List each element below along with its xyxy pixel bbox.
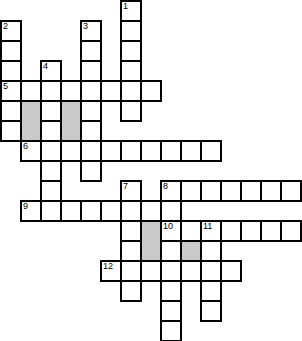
cell-c8r14[interactable] bbox=[160, 280, 182, 302]
cell-c2r3[interactable]: 4 bbox=[40, 60, 62, 82]
cell-c4r3[interactable] bbox=[80, 60, 102, 82]
cell-c5r13[interactable]: 12 bbox=[100, 260, 122, 282]
cell-c6r4[interactable] bbox=[120, 80, 142, 102]
cell-c0r3[interactable] bbox=[0, 60, 22, 82]
clue-number-9: 9 bbox=[23, 202, 28, 211]
cell-c3r4[interactable] bbox=[60, 80, 82, 102]
cell-c13r9[interactable] bbox=[260, 180, 282, 202]
cell-c6r10[interactable] bbox=[120, 200, 142, 222]
cell-c4r5[interactable] bbox=[80, 100, 102, 122]
cell-c7r4[interactable] bbox=[140, 80, 162, 102]
cell-c10r13[interactable] bbox=[200, 260, 222, 282]
cell-c8r15[interactable] bbox=[160, 300, 182, 322]
cell-c8r11[interactable]: 10 bbox=[160, 220, 182, 242]
cell-c8r16[interactable] bbox=[160, 320, 182, 341]
cell-c1r7[interactable]: 6 bbox=[20, 140, 42, 162]
cell-c6r5[interactable] bbox=[120, 100, 142, 122]
cell-c6r9[interactable]: 7 bbox=[120, 180, 142, 202]
cell-c6r3[interactable] bbox=[120, 60, 142, 82]
cell-c7r13[interactable] bbox=[140, 260, 162, 282]
cell-c6r14[interactable] bbox=[120, 280, 142, 302]
cell-c4r10[interactable] bbox=[80, 200, 102, 222]
clue-number-4: 4 bbox=[43, 62, 48, 71]
cell-c9r9[interactable] bbox=[180, 180, 202, 202]
cell-c6r1[interactable] bbox=[120, 20, 142, 42]
cell-c1r10[interactable]: 9 bbox=[20, 200, 42, 222]
cell-c2r6[interactable] bbox=[40, 120, 62, 142]
cell-c9r13[interactable] bbox=[180, 260, 202, 282]
cell-c2r9[interactable] bbox=[40, 180, 62, 202]
cell-c0r4[interactable]: 5 bbox=[0, 80, 22, 102]
cell-c4r2[interactable] bbox=[80, 40, 102, 62]
cell-c7r10[interactable] bbox=[140, 200, 162, 222]
cell-c12r11[interactable] bbox=[240, 220, 262, 242]
shaded-cell-c9r12 bbox=[180, 240, 202, 262]
cell-c8r12[interactable] bbox=[160, 240, 182, 262]
cell-c8r9[interactable]: 8 bbox=[160, 180, 182, 202]
clue-number-3: 3 bbox=[83, 22, 88, 31]
clue-number-1: 1 bbox=[123, 2, 128, 11]
shaded-cell-c1r5 bbox=[20, 100, 42, 142]
cell-c12r9[interactable] bbox=[240, 180, 262, 202]
cell-c2r5[interactable] bbox=[40, 100, 62, 122]
cell-c4r7[interactable] bbox=[80, 140, 102, 162]
cell-c8r13[interactable] bbox=[160, 260, 182, 282]
cell-c6r7[interactable] bbox=[120, 140, 142, 162]
clue-number-10: 10 bbox=[163, 222, 173, 231]
cell-c14r9[interactable] bbox=[280, 180, 302, 202]
cell-c1r4[interactable] bbox=[20, 80, 42, 102]
cell-c5r7[interactable] bbox=[100, 140, 122, 162]
cell-c0r1[interactable]: 2 bbox=[0, 20, 22, 42]
cell-c4r1[interactable]: 3 bbox=[80, 20, 102, 42]
cell-c10r12[interactable] bbox=[200, 240, 222, 262]
clue-number-11: 11 bbox=[203, 222, 212, 231]
cell-c8r10[interactable] bbox=[160, 200, 182, 222]
cell-c3r10[interactable] bbox=[60, 200, 82, 222]
shaded-cell-c3r5 bbox=[60, 100, 82, 142]
cell-c8r7[interactable] bbox=[160, 140, 182, 162]
cell-c13r11[interactable] bbox=[260, 220, 282, 242]
cell-c11r11[interactable] bbox=[220, 220, 242, 242]
clue-number-6: 6 bbox=[23, 142, 28, 151]
cell-c6r0[interactable]: 1 bbox=[120, 0, 142, 22]
clue-number-2: 2 bbox=[3, 22, 8, 31]
shaded-cell-c7r11 bbox=[140, 220, 162, 262]
clue-number-8: 8 bbox=[163, 182, 168, 191]
clue-number-7: 7 bbox=[123, 182, 128, 191]
cell-c6r13[interactable] bbox=[120, 260, 142, 282]
cell-c2r8[interactable] bbox=[40, 160, 62, 182]
clue-number-5: 5 bbox=[3, 82, 8, 91]
cell-c9r11[interactable] bbox=[180, 220, 202, 242]
cell-c10r15[interactable] bbox=[200, 300, 222, 322]
cell-c7r7[interactable] bbox=[140, 140, 162, 162]
cell-c14r11[interactable] bbox=[280, 220, 302, 242]
cell-c6r12[interactable] bbox=[120, 240, 142, 262]
cell-c9r7[interactable] bbox=[180, 140, 202, 162]
cell-c10r14[interactable] bbox=[200, 280, 222, 302]
crossword-board: 123456789101112 bbox=[0, 0, 302, 341]
cell-c6r11[interactable] bbox=[120, 220, 142, 242]
cell-c10r9[interactable] bbox=[200, 180, 222, 202]
cell-c11r9[interactable] bbox=[220, 180, 242, 202]
cell-c11r13[interactable] bbox=[220, 260, 242, 282]
clue-number-12: 12 bbox=[103, 262, 113, 271]
cell-c10r7[interactable] bbox=[200, 140, 222, 162]
cell-c2r4[interactable] bbox=[40, 80, 62, 102]
cell-c4r4[interactable] bbox=[80, 80, 102, 102]
cell-c4r8[interactable] bbox=[80, 160, 102, 182]
cell-c0r2[interactable] bbox=[0, 40, 22, 62]
cell-c10r11[interactable]: 11 bbox=[200, 220, 222, 242]
cell-c5r4[interactable] bbox=[100, 80, 122, 102]
cell-c2r10[interactable] bbox=[40, 200, 62, 222]
cell-c2r7[interactable] bbox=[40, 140, 62, 162]
cell-c6r2[interactable] bbox=[120, 40, 142, 62]
cell-c0r6[interactable] bbox=[0, 120, 22, 142]
cell-c3r7[interactable] bbox=[60, 140, 82, 162]
cell-c0r5[interactable] bbox=[0, 100, 22, 122]
cell-c4r6[interactable] bbox=[80, 120, 102, 142]
cell-c5r10[interactable] bbox=[100, 200, 122, 222]
